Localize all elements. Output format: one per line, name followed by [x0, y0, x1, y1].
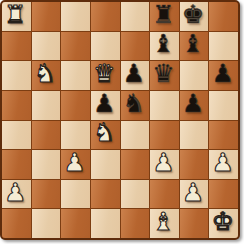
square-d8[interactable]	[91, 2, 120, 31]
square-b3[interactable]	[32, 150, 61, 179]
square-d5[interactable]: ♟	[91, 91, 120, 120]
piece-white-bishop-f1[interactable]: ♝	[152, 209, 174, 234]
square-e4[interactable]	[121, 121, 150, 150]
square-h8[interactable]	[209, 2, 238, 31]
square-c1[interactable]	[61, 209, 90, 238]
piece-black-king-g8[interactable]: ♚	[182, 2, 204, 27]
square-g3[interactable]	[180, 150, 209, 179]
square-g4[interactable]	[180, 121, 209, 150]
square-a3[interactable]	[2, 150, 31, 179]
piece-black-pawn-d5[interactable]: ♟	[93, 91, 115, 116]
square-h1[interactable]: ♚	[209, 209, 238, 238]
piece-white-pawn-c3[interactable]: ♟	[63, 150, 85, 175]
piece-white-king-h1[interactable]: ♚	[211, 209, 233, 234]
piece-black-knight-e5[interactable]: ♞	[123, 91, 145, 116]
piece-black-bishop-g7[interactable]: ♝	[182, 31, 204, 56]
piece-white-pawn-f3[interactable]: ♟	[152, 150, 174, 175]
square-e2[interactable]	[121, 180, 150, 209]
square-b7[interactable]	[32, 32, 61, 61]
piece-white-queen-d6[interactable]: ♛	[93, 61, 115, 86]
square-b8[interactable]	[32, 2, 61, 31]
square-h2[interactable]	[209, 180, 238, 209]
piece-black-pawn-h6[interactable]: ♟	[211, 61, 233, 86]
square-c5[interactable]	[61, 91, 90, 120]
square-f1[interactable]: ♝	[150, 209, 179, 238]
piece-white-pawn-g2[interactable]: ♟	[182, 180, 204, 205]
square-d1[interactable]	[91, 209, 120, 238]
square-f4[interactable]	[150, 121, 179, 150]
square-e7[interactable]	[121, 32, 150, 61]
piece-white-pawn-a2[interactable]: ♟	[4, 180, 26, 205]
piece-black-pawn-g5[interactable]: ♟	[182, 91, 204, 116]
square-d6[interactable]: ♛	[91, 61, 120, 90]
square-d2[interactable]	[91, 180, 120, 209]
square-f5[interactable]	[150, 91, 179, 120]
square-a4[interactable]	[2, 121, 31, 150]
square-b4[interactable]	[32, 121, 61, 150]
square-g7[interactable]: ♝	[180, 32, 209, 61]
square-a5[interactable]	[2, 91, 31, 120]
square-e6[interactable]: ♟	[121, 61, 150, 90]
square-e3[interactable]	[121, 150, 150, 179]
square-d7[interactable]	[91, 32, 120, 61]
square-c6[interactable]	[61, 61, 90, 90]
square-a2[interactable]: ♟	[2, 180, 31, 209]
square-g6[interactable]	[180, 61, 209, 90]
square-b6[interactable]: ♞	[32, 61, 61, 90]
square-a7[interactable]	[2, 32, 31, 61]
square-b5[interactable]	[32, 91, 61, 120]
board-photo-frame: ♜♜♚♝♝♞♛♟♛♟♟♞♟♞♟♟♟♟♟♝♚	[0, 0, 240, 240]
square-c7[interactable]	[61, 32, 90, 61]
piece-black-bishop-f7[interactable]: ♝	[152, 31, 174, 56]
square-c3[interactable]: ♟	[61, 150, 90, 179]
square-h5[interactable]	[209, 91, 238, 120]
square-h7[interactable]	[209, 32, 238, 61]
square-h6[interactable]: ♟	[209, 61, 238, 90]
square-d4[interactable]: ♞	[91, 121, 120, 150]
square-e8[interactable]	[121, 2, 150, 31]
square-h3[interactable]: ♟	[209, 150, 238, 179]
piece-black-pawn-e6[interactable]: ♟	[123, 61, 145, 86]
square-f3[interactable]: ♟	[150, 150, 179, 179]
piece-white-knight-b6[interactable]: ♞	[34, 61, 56, 86]
square-g2[interactable]: ♟	[180, 180, 209, 209]
square-d3[interactable]	[91, 150, 120, 179]
square-c2[interactable]	[61, 180, 90, 209]
piece-black-queen-f6[interactable]: ♛	[152, 61, 174, 86]
square-c4[interactable]	[61, 121, 90, 150]
piece-black-rook-f8[interactable]: ♜	[152, 2, 174, 27]
square-e5[interactable]: ♞	[121, 91, 150, 120]
square-e1[interactable]	[121, 209, 150, 238]
square-h4[interactable]	[209, 121, 238, 150]
square-a6[interactable]	[2, 61, 31, 90]
piece-white-rook-a8[interactable]: ♜	[4, 2, 26, 27]
square-f2[interactable]	[150, 180, 179, 209]
square-g8[interactable]: ♚	[180, 2, 209, 31]
square-g5[interactable]: ♟	[180, 91, 209, 120]
square-a8[interactable]: ♜	[2, 2, 31, 31]
piece-white-knight-d4[interactable]: ♞	[93, 120, 115, 145]
chess-board: ♜♜♚♝♝♞♛♟♛♟♟♞♟♞♟♟♟♟♟♝♚	[2, 2, 238, 238]
square-b2[interactable]	[32, 180, 61, 209]
square-a1[interactable]	[2, 209, 31, 238]
square-c8[interactable]	[61, 2, 90, 31]
square-g1[interactable]	[180, 209, 209, 238]
square-b1[interactable]	[32, 209, 61, 238]
square-f7[interactable]: ♝	[150, 32, 179, 61]
square-f6[interactable]: ♛	[150, 61, 179, 90]
square-f8[interactable]: ♜	[150, 2, 179, 31]
piece-white-pawn-h3[interactable]: ♟	[211, 150, 233, 175]
